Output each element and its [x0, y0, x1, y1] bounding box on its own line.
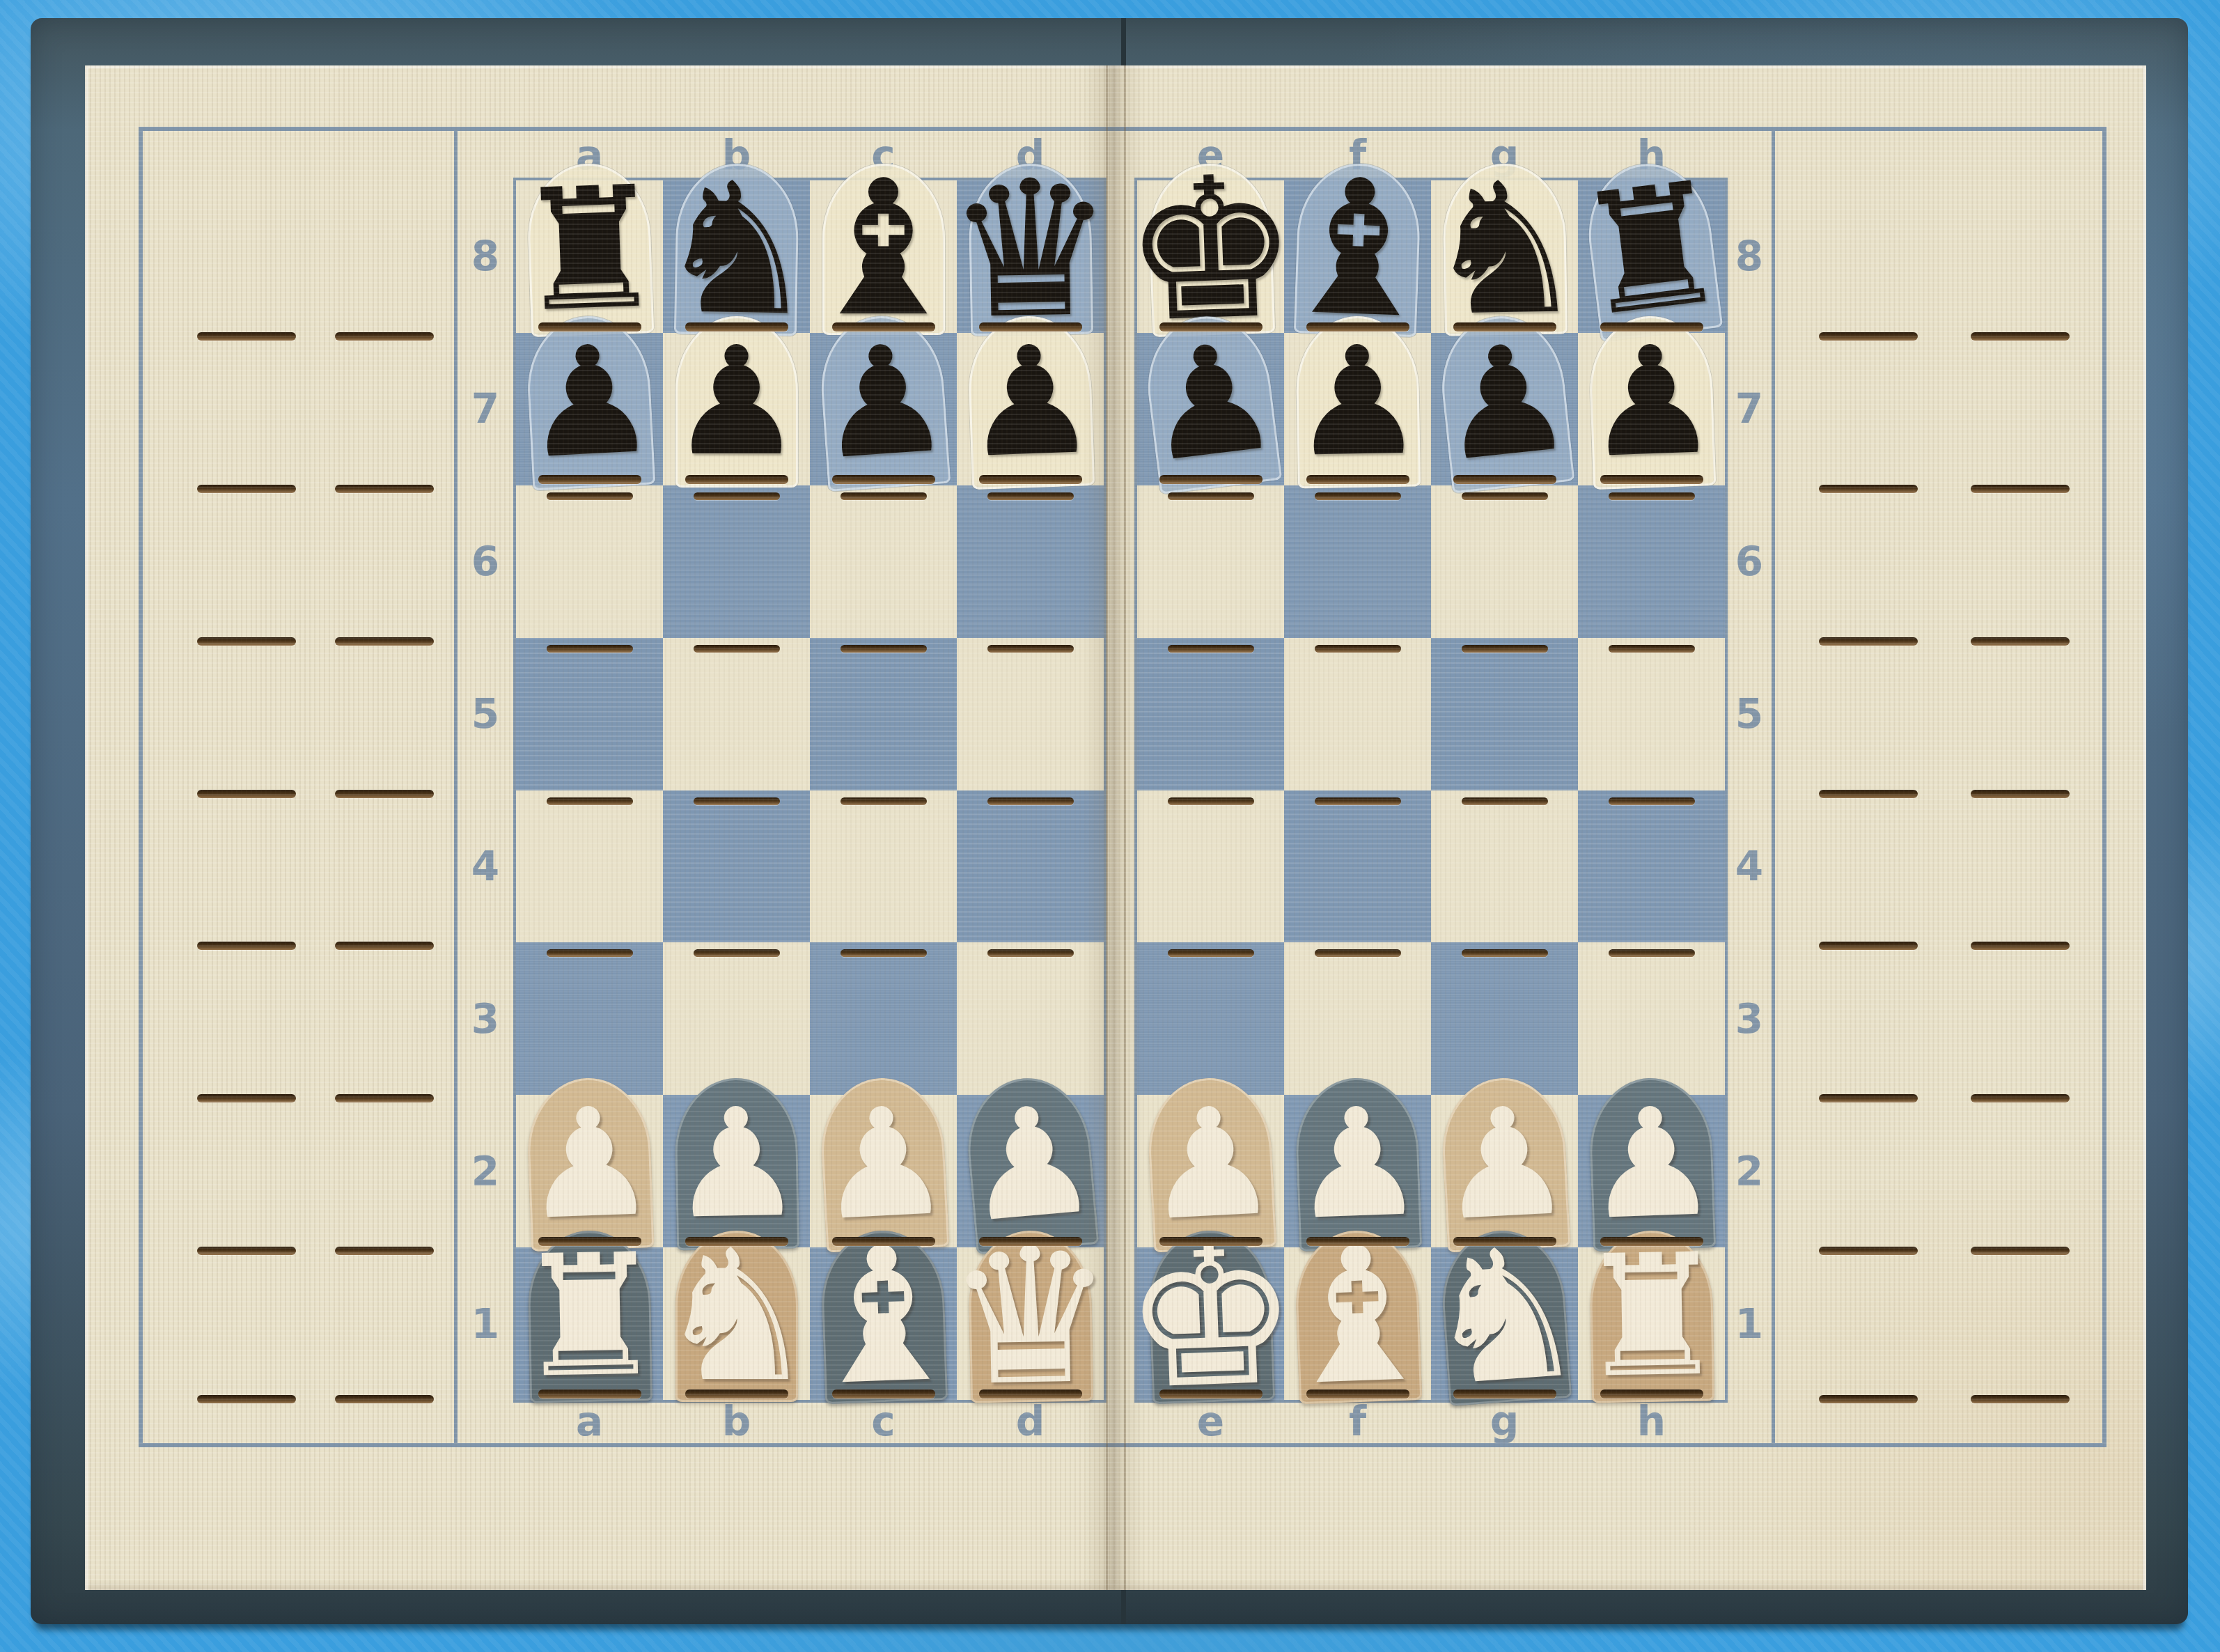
- piece-slot: [685, 1389, 788, 1398]
- piece-tab-black-pawn-a7[interactable]: ♟: [524, 313, 655, 490]
- rank-label-right-6: 6: [1735, 541, 1763, 582]
- white-queen: ♛: [944, 1231, 1116, 1403]
- piece-tab-white-rook-a1[interactable]: ♜: [526, 1230, 652, 1403]
- piece-tab-black-pawn-e7[interactable]: ♟: [1139, 309, 1282, 494]
- square-c1[interactable]: ♝: [810, 1247, 957, 1400]
- right-tray-divider-line: [1772, 127, 1775, 1443]
- black-pawn: ♟: [1582, 332, 1721, 472]
- piece-slot: [1306, 1389, 1409, 1398]
- square-a1[interactable]: ♜: [516, 1247, 663, 1400]
- black-bishop: ♝: [1271, 162, 1444, 336]
- piece-tab-black-pawn-h7[interactable]: ♟: [1587, 314, 1715, 490]
- empty-square-slot: [841, 949, 927, 957]
- piece-tab-white-knight-b1[interactable]: ♞: [675, 1231, 798, 1402]
- square-f1[interactable]: ♝: [1284, 1247, 1431, 1400]
- piece-slot: [1306, 322, 1409, 332]
- empty-square-slot: [987, 645, 1074, 653]
- square-h7[interactable]: ♟: [1578, 333, 1725, 485]
- tray-slot: [1971, 485, 2070, 493]
- piece-tab-black-bishop-c8[interactable]: ♝: [822, 164, 945, 335]
- tray-slot: [1971, 332, 2070, 341]
- square-e4[interactable]: [1137, 790, 1284, 943]
- tray-slot: [335, 637, 434, 646]
- empty-square-slot: [547, 492, 633, 500]
- tray-slot: [1819, 637, 1918, 646]
- tray-slot: [335, 942, 434, 950]
- spine-seam-top: [1121, 18, 1126, 67]
- tray-slot: [1971, 1094, 2070, 1102]
- square-c3[interactable]: [810, 942, 957, 1095]
- tray-slot: [1819, 790, 1918, 798]
- square-b4[interactable]: [663, 790, 810, 943]
- piece-slot: [1159, 1237, 1263, 1246]
- square-h1[interactable]: ♜: [1578, 1247, 1725, 1400]
- piece-tab-black-rook-a8[interactable]: ♜: [525, 162, 653, 337]
- empty-square-slot: [1168, 949, 1254, 957]
- white-bishop: ♝: [1271, 1229, 1444, 1403]
- piece-slot: [1159, 475, 1263, 484]
- black-pawn: ♟: [1431, 328, 1579, 476]
- piece-slot: [685, 322, 788, 332]
- rank-label-right-2: 2: [1735, 1151, 1763, 1192]
- square-f3[interactable]: [1284, 942, 1431, 1095]
- square-g1[interactable]: ♞: [1431, 1247, 1578, 1400]
- piece-slot: [1453, 1389, 1556, 1398]
- tray-slot: [197, 637, 296, 646]
- tray-slot: [335, 790, 434, 798]
- square-h5[interactable]: [1578, 638, 1725, 790]
- piece-tab-black-pawn-b7[interactable]: ♟: [675, 316, 798, 488]
- empty-square-slot: [1168, 492, 1254, 500]
- empty-square-slot: [1609, 645, 1695, 653]
- piece-slot: [1159, 1389, 1263, 1398]
- travel-chess-book: aabbccddeeffgghh8877665544332211 ♜♞♝♛♟♟♟…: [0, 0, 2220, 1652]
- black-queen: ♛: [944, 163, 1116, 335]
- empty-square-slot: [1609, 797, 1695, 805]
- piece-tab-white-rook-h1[interactable]: ♜: [1588, 1230, 1714, 1403]
- white-knight: ♞: [1418, 1229, 1591, 1403]
- piece-slot: [1600, 322, 1703, 332]
- rank-label-right-7: 7: [1735, 389, 1763, 429]
- tray-slot: [197, 790, 296, 798]
- rank-label-left-4: 4: [471, 846, 499, 887]
- rank-label-left-8: 8: [471, 236, 499, 276]
- square-d4[interactable]: [957, 790, 1104, 943]
- square-f5[interactable]: [1284, 638, 1431, 790]
- tray-slot: [197, 1247, 296, 1255]
- empty-square-slot: [547, 949, 633, 957]
- square-b5[interactable]: [663, 638, 810, 790]
- piece-slot: [538, 475, 641, 484]
- piece-tab-black-knight-b8[interactable]: ♞: [673, 162, 799, 336]
- white-pawn: ♟: [1582, 1094, 1721, 1233]
- empty-square-slot: [1168, 797, 1254, 805]
- tray-slot: [197, 1395, 296, 1403]
- piece-tab-black-pawn-f7[interactable]: ♟: [1295, 315, 1420, 488]
- rank-label-right-4: 4: [1735, 846, 1763, 887]
- black-rook: ♜: [1568, 166, 1735, 334]
- piece-slot: [1453, 322, 1556, 332]
- piece-tab-white-bishop-c1[interactable]: ♝: [819, 1229, 947, 1404]
- square-d8[interactable]: ♛: [957, 180, 1104, 333]
- square-a3[interactable]: [516, 942, 663, 1095]
- tray-slot: [1819, 942, 1918, 950]
- rank-label-right-1: 1: [1735, 1304, 1763, 1344]
- rank-label-left-6: 6: [471, 541, 499, 582]
- empty-square-slot: [841, 645, 927, 653]
- board-right-half: ♚♝♞♜♟♟♟♟♟♟♟♟♚♝♞♜: [1134, 178, 1728, 1403]
- piece-slot: [538, 1389, 641, 1398]
- empty-square-slot: [1462, 645, 1548, 653]
- tray-slot: [1971, 1247, 2070, 1255]
- square-f8[interactable]: ♝: [1284, 180, 1431, 333]
- piece-tab-black-pawn-d7[interactable]: ♟: [966, 314, 1094, 490]
- square-b3[interactable]: [663, 942, 810, 1095]
- square-a7[interactable]: ♟: [516, 333, 663, 485]
- piece-tab-white-bishop-f1[interactable]: ♝: [1293, 1229, 1421, 1404]
- piece-tab-black-pawn-c7[interactable]: ♟: [816, 312, 951, 492]
- white-pawn: ♟: [520, 1094, 659, 1233]
- empty-square-slot: [1462, 797, 1548, 805]
- piece-slot: [979, 322, 1082, 332]
- tray-slot: [1971, 637, 2070, 646]
- piece-slot: [1600, 475, 1703, 484]
- tray-slot: [335, 1395, 434, 1403]
- piece-slot: [538, 1237, 641, 1246]
- tray-slot: [335, 1094, 434, 1102]
- square-d1[interactable]: ♛: [957, 1247, 1104, 1400]
- square-d7[interactable]: ♟: [957, 333, 1104, 485]
- piece-slot: [685, 1237, 788, 1246]
- tray-slot: [335, 485, 434, 493]
- square-b7[interactable]: ♟: [663, 333, 810, 485]
- empty-square-slot: [841, 797, 927, 805]
- piece-slot: [832, 1237, 935, 1246]
- piece-tab-black-pawn-g7[interactable]: ♟: [1435, 310, 1574, 493]
- square-a5[interactable]: [516, 638, 663, 790]
- empty-square-slot: [1315, 797, 1401, 805]
- white-rook: ♜: [1575, 1240, 1728, 1393]
- square-e1[interactable]: ♚: [1137, 1247, 1284, 1400]
- piece-slot: [1306, 475, 1409, 484]
- piece-slot: [832, 322, 935, 332]
- square-d5[interactable]: [957, 638, 1104, 790]
- empty-square-slot: [1462, 492, 1548, 500]
- square-h4[interactable]: [1578, 790, 1725, 943]
- empty-square-slot: [987, 492, 1074, 500]
- empty-square-slot: [694, 797, 780, 805]
- tray-slot: [335, 332, 434, 341]
- piece-tab-white-king-e1[interactable]: ♚: [1146, 1229, 1274, 1404]
- piece-tab-white-queen-d1[interactable]: ♛: [967, 1230, 1093, 1403]
- empty-square-slot: [547, 797, 633, 805]
- piece-tab-black-bishop-f8[interactable]: ♝: [1293, 162, 1421, 337]
- tray-slot: [1819, 1395, 1918, 1403]
- tray-slot: [1819, 332, 1918, 341]
- square-g5[interactable]: [1431, 638, 1578, 790]
- piece-slot: [685, 475, 788, 484]
- empty-square-slot: [1315, 949, 1401, 957]
- left-tray-divider-line: [454, 127, 458, 1443]
- black-rook: ♜: [512, 171, 667, 327]
- black-pawn: ♟: [961, 332, 1100, 472]
- square-d6[interactable]: [957, 485, 1104, 638]
- black-pawn: ♟: [1289, 333, 1425, 470]
- square-c4[interactable]: [810, 790, 957, 943]
- spine-seam-bottom: [1121, 1588, 1126, 1624]
- piece-tab-black-queen-d8[interactable]: ♛: [967, 162, 1093, 336]
- empty-square-slot: [841, 492, 927, 500]
- square-e6[interactable]: [1137, 485, 1284, 638]
- black-pawn: ♟: [519, 331, 660, 472]
- square-a6[interactable]: [516, 485, 663, 638]
- empty-square-slot: [1315, 645, 1401, 653]
- tray-slot: [1971, 942, 2070, 950]
- tray-slot: [197, 942, 296, 950]
- empty-square-slot: [547, 645, 633, 653]
- tray-slot: [197, 485, 296, 493]
- empty-square-slot: [1315, 492, 1401, 500]
- black-knight: ♞: [654, 166, 819, 332]
- rank-label-right-5: 5: [1735, 694, 1763, 734]
- tray-slot: [1971, 1395, 2070, 1403]
- square-g3[interactable]: [1431, 942, 1578, 1095]
- empty-square-slot: [1462, 949, 1548, 957]
- empty-square-slot: [1609, 949, 1695, 957]
- piece-slot: [1159, 322, 1263, 332]
- square-b1[interactable]: ♞: [663, 1247, 810, 1400]
- square-e7[interactable]: ♟: [1137, 333, 1284, 485]
- piece-slot: [832, 475, 935, 484]
- tray-slot: [197, 1094, 296, 1102]
- piece-slot: [979, 1237, 1082, 1246]
- piece-slot: [1453, 1237, 1556, 1246]
- rank-label-left-1: 1: [471, 1304, 499, 1344]
- square-b8[interactable]: ♞: [663, 180, 810, 333]
- tray-slot: [1971, 790, 2070, 798]
- piece-slot: [1600, 1237, 1703, 1246]
- empty-square-slot: [694, 645, 780, 653]
- square-a8[interactable]: ♜: [516, 180, 663, 333]
- tray-slot: [1819, 1247, 1918, 1255]
- piece-tab-white-knight-g1[interactable]: ♞: [1437, 1226, 1572, 1406]
- black-knight: ♞: [1422, 166, 1587, 332]
- rank-label-left-5: 5: [471, 694, 499, 734]
- empty-square-slot: [1168, 645, 1254, 653]
- square-g7[interactable]: ♟: [1431, 333, 1578, 485]
- piece-slot: [979, 475, 1082, 484]
- piece-slot: [832, 1389, 935, 1398]
- white-knight: ♞: [655, 1235, 818, 1398]
- black-pawn: ♟: [1136, 327, 1285, 477]
- square-f7[interactable]: ♟: [1284, 333, 1431, 485]
- piece-slot: [1600, 1389, 1703, 1398]
- rank-label-left-7: 7: [471, 389, 499, 429]
- piece-slot: [1453, 475, 1556, 484]
- black-pawn: ♟: [669, 334, 804, 469]
- piece-slot: [538, 322, 641, 332]
- square-e5[interactable]: [1137, 638, 1284, 790]
- rank-label-left-2: 2: [471, 1151, 499, 1192]
- square-h3[interactable]: [1578, 942, 1725, 1095]
- square-c6[interactable]: [810, 485, 957, 638]
- tray-slot: [335, 1247, 434, 1255]
- piece-slot: [1306, 1237, 1409, 1246]
- piece-slot: [979, 1389, 1082, 1398]
- empty-square-slot: [987, 797, 1074, 805]
- white-bishop: ♝: [797, 1229, 970, 1403]
- square-f6[interactable]: [1284, 485, 1431, 638]
- board-left-half: ♜♞♝♛♟♟♟♟♟♟♟♟♜♞♝♛: [513, 178, 1107, 1403]
- empty-square-slot: [694, 949, 780, 957]
- rank-label-right-3: 3: [1735, 999, 1763, 1039]
- tray-slot: [1819, 1094, 1918, 1102]
- tray-slot: [197, 332, 296, 341]
- black-bishop: ♝: [799, 165, 967, 333]
- square-c5[interactable]: [810, 638, 957, 790]
- square-f4[interactable]: [1284, 790, 1431, 943]
- empty-square-slot: [987, 949, 1074, 957]
- square-h6[interactable]: [1578, 485, 1725, 638]
- empty-square-slot: [1609, 492, 1695, 500]
- tray-slot: [1819, 485, 1918, 493]
- square-h8[interactable]: ♜: [1578, 180, 1725, 333]
- square-a4[interactable]: [516, 790, 663, 943]
- empty-square-slot: [694, 492, 780, 500]
- square-g6[interactable]: [1431, 485, 1578, 638]
- black-pawn: ♟: [812, 330, 955, 474]
- white-rook: ♜: [513, 1240, 666, 1393]
- square-b6[interactable]: [663, 485, 810, 638]
- rank-label-left-3: 3: [471, 999, 499, 1039]
- square-e3[interactable]: [1137, 942, 1284, 1095]
- square-g4[interactable]: [1431, 790, 1578, 943]
- square-c7[interactable]: ♟: [810, 333, 957, 485]
- rank-label-right-8: 8: [1735, 236, 1763, 276]
